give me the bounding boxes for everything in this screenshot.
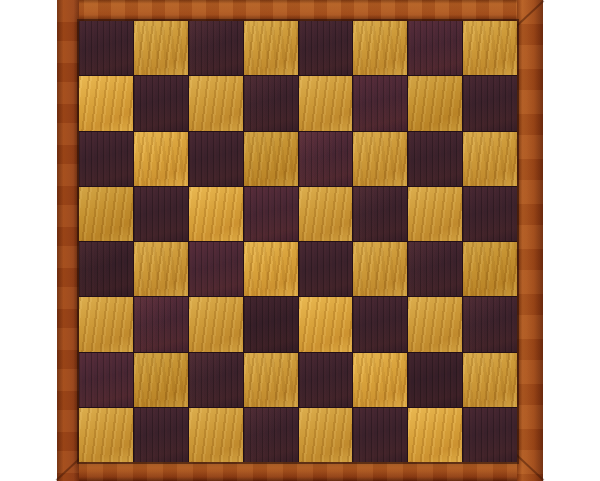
square-b6 <box>134 132 188 186</box>
square-e2 <box>299 353 353 407</box>
square-f5 <box>353 187 407 241</box>
square-b7 <box>134 76 188 130</box>
square-g4 <box>408 242 462 296</box>
board-frame-left <box>57 0 79 481</box>
square-h3 <box>463 297 517 351</box>
board-frame-top <box>57 0 543 21</box>
square-e7 <box>299 76 353 130</box>
square-d6 <box>244 132 298 186</box>
square-e6 <box>299 132 353 186</box>
board-frame-right <box>517 0 543 481</box>
chessboard-photo <box>57 0 543 481</box>
square-c5 <box>189 187 243 241</box>
photo-background <box>0 0 600 481</box>
square-g1 <box>408 408 462 462</box>
square-h6 <box>463 132 517 186</box>
square-d8 <box>244 21 298 75</box>
square-f4 <box>353 242 407 296</box>
square-g2 <box>408 353 462 407</box>
square-c7 <box>189 76 243 130</box>
square-h5 <box>463 187 517 241</box>
square-b5 <box>134 187 188 241</box>
square-h4 <box>463 242 517 296</box>
square-a3 <box>79 297 133 351</box>
square-f8 <box>353 21 407 75</box>
square-g6 <box>408 132 462 186</box>
square-a6 <box>79 132 133 186</box>
square-d3 <box>244 297 298 351</box>
square-h8 <box>463 21 517 75</box>
square-c3 <box>189 297 243 351</box>
square-f6 <box>353 132 407 186</box>
square-b4 <box>134 242 188 296</box>
square-f3 <box>353 297 407 351</box>
square-b1 <box>134 408 188 462</box>
square-b3 <box>134 297 188 351</box>
square-c4 <box>189 242 243 296</box>
square-d7 <box>244 76 298 130</box>
square-a8 <box>79 21 133 75</box>
square-a2 <box>79 353 133 407</box>
board-frame-bottom <box>57 462 543 481</box>
square-b8 <box>134 21 188 75</box>
square-d2 <box>244 353 298 407</box>
square-d4 <box>244 242 298 296</box>
square-g5 <box>408 187 462 241</box>
square-e4 <box>299 242 353 296</box>
square-e3 <box>299 297 353 351</box>
square-b2 <box>134 353 188 407</box>
square-g7 <box>408 76 462 130</box>
square-a5 <box>79 187 133 241</box>
square-c2 <box>189 353 243 407</box>
square-d1 <box>244 408 298 462</box>
square-c8 <box>189 21 243 75</box>
square-a1 <box>79 408 133 462</box>
square-h1 <box>463 408 517 462</box>
square-h7 <box>463 76 517 130</box>
square-h2 <box>463 353 517 407</box>
square-f2 <box>353 353 407 407</box>
square-c6 <box>189 132 243 186</box>
square-c1 <box>189 408 243 462</box>
square-a4 <box>79 242 133 296</box>
board-grid <box>79 21 517 462</box>
square-f1 <box>353 408 407 462</box>
square-g3 <box>408 297 462 351</box>
square-e1 <box>299 408 353 462</box>
square-e8 <box>299 21 353 75</box>
square-a7 <box>79 76 133 130</box>
square-d5 <box>244 187 298 241</box>
square-g8 <box>408 21 462 75</box>
square-f7 <box>353 76 407 130</box>
square-e5 <box>299 187 353 241</box>
